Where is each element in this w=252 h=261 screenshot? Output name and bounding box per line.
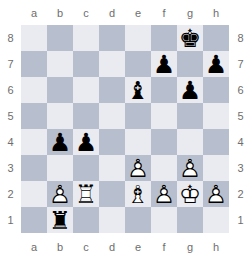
- square-d3[interactable]: [99, 155, 125, 181]
- file-label-bottom-e: e: [125, 233, 151, 261]
- square-b8[interactable]: [47, 25, 73, 51]
- file-label-top-f: f: [151, 0, 177, 25]
- rank-label-right-3: 3: [229, 155, 252, 181]
- rank-label-left-5: 5: [0, 103, 21, 129]
- square-a5[interactable]: [21, 103, 47, 129]
- square-a8[interactable]: [21, 25, 47, 51]
- black-pawn[interactable]: ♟: [73, 129, 99, 155]
- black-king[interactable]: ♚: [177, 25, 203, 51]
- square-c7[interactable]: [73, 51, 99, 77]
- square-f3[interactable]: [151, 155, 177, 181]
- file-label-bottom-g: g: [177, 233, 203, 261]
- black-pawn-glyph: ♟: [177, 77, 203, 103]
- square-d8[interactable]: [99, 25, 125, 51]
- rank-label-right-4: 4: [229, 129, 252, 155]
- square-f7[interactable]: ♟: [151, 51, 177, 77]
- square-f4[interactable]: [151, 129, 177, 155]
- white-pawn-outline: ♙: [125, 155, 151, 181]
- white-king-outline: ♔: [177, 181, 203, 207]
- black-king-glyph: ♚: [177, 25, 203, 51]
- rank-label-right-5: 5: [229, 103, 252, 129]
- square-c3[interactable]: [73, 155, 99, 181]
- file-label-bottom-h: h: [203, 233, 229, 261]
- black-pawn[interactable]: ♟: [203, 51, 229, 77]
- square-h4[interactable]: [203, 129, 229, 155]
- chess-diagram: abcdefgh8♚87♟♟76♝♟6554♟♟43♟♙♟♙32♟♙♜♖♝♗♟♙…: [0, 0, 252, 261]
- white-bishop-outline: ♗: [125, 181, 151, 207]
- file-label-top-c: c: [73, 0, 99, 25]
- black-pawn[interactable]: ♟: [47, 129, 73, 155]
- square-d7[interactable]: [99, 51, 125, 77]
- square-h5[interactable]: [203, 103, 229, 129]
- corner-spacer: [229, 233, 252, 261]
- black-rook[interactable]: ♜: [47, 207, 73, 233]
- black-rook-glyph: ♜: [47, 207, 73, 233]
- square-g4[interactable]: [177, 129, 203, 155]
- file-label-bottom-d: d: [99, 233, 125, 261]
- square-a6[interactable]: [21, 77, 47, 103]
- black-pawn-glyph: ♟: [47, 129, 73, 155]
- square-h8[interactable]: [203, 25, 229, 51]
- white-pawn-outline: ♙: [151, 181, 177, 207]
- square-c6[interactable]: [73, 77, 99, 103]
- square-d5[interactable]: [99, 103, 125, 129]
- rank-label-right-6: 6: [229, 77, 252, 103]
- rank-label-left-8: 8: [0, 25, 21, 51]
- square-h1[interactable]: [203, 207, 229, 233]
- white-pawn[interactable]: ♟♙: [203, 181, 229, 207]
- white-pawn[interactable]: ♟♙: [47, 181, 73, 207]
- black-bishop-glyph: ♝: [125, 77, 151, 103]
- rank-label-right-1: 1: [229, 207, 252, 233]
- file-label-top-a: a: [21, 0, 47, 25]
- white-pawn[interactable]: ♟♙: [125, 155, 151, 181]
- black-pawn-glyph: ♟: [151, 51, 177, 77]
- square-f8[interactable]: [151, 25, 177, 51]
- square-b4[interactable]: ♟: [47, 129, 73, 155]
- square-d6[interactable]: [99, 77, 125, 103]
- corner-spacer: [229, 0, 252, 25]
- square-c1[interactable]: [73, 207, 99, 233]
- rank-label-left-6: 6: [0, 77, 21, 103]
- square-g3[interactable]: ♟♙: [177, 155, 203, 181]
- white-bishop[interactable]: ♝♗: [125, 181, 151, 207]
- white-pawn-outline: ♙: [177, 155, 203, 181]
- square-g6[interactable]: ♟: [177, 77, 203, 103]
- white-pawn[interactable]: ♟♙: [151, 181, 177, 207]
- square-d4[interactable]: [99, 129, 125, 155]
- rank-label-left-4: 4: [0, 129, 21, 155]
- square-e8[interactable]: [125, 25, 151, 51]
- corner-spacer: [0, 0, 21, 25]
- square-h2[interactable]: ♟♙: [203, 181, 229, 207]
- square-e1[interactable]: [125, 207, 151, 233]
- square-f6[interactable]: [151, 77, 177, 103]
- square-b2[interactable]: ♟♙: [47, 181, 73, 207]
- square-g5[interactable]: [177, 103, 203, 129]
- square-f5[interactable]: [151, 103, 177, 129]
- rank-label-right-7: 7: [229, 51, 252, 77]
- black-bishop[interactable]: ♝: [125, 77, 151, 103]
- square-b5[interactable]: [47, 103, 73, 129]
- square-c2[interactable]: ♜♖: [73, 181, 99, 207]
- square-e4[interactable]: [125, 129, 151, 155]
- square-g1[interactable]: [177, 207, 203, 233]
- black-pawn-glyph: ♟: [73, 129, 99, 155]
- black-pawn[interactable]: ♟: [177, 77, 203, 103]
- square-b7[interactable]: [47, 51, 73, 77]
- square-g2[interactable]: ♚♔: [177, 181, 203, 207]
- square-e6[interactable]: ♝: [125, 77, 151, 103]
- square-b6[interactable]: [47, 77, 73, 103]
- corner-spacer: [0, 233, 21, 261]
- rank-label-right-2: 2: [229, 181, 252, 207]
- square-b3[interactable]: [47, 155, 73, 181]
- white-rook-outline: ♖: [73, 181, 99, 207]
- square-c8[interactable]: [73, 25, 99, 51]
- file-label-top-d: d: [99, 0, 125, 25]
- white-pawn-outline: ♙: [47, 181, 73, 207]
- square-g7[interactable]: [177, 51, 203, 77]
- white-king[interactable]: ♚♔: [177, 181, 203, 207]
- file-label-bottom-b: b: [47, 233, 73, 261]
- file-label-bottom-c: c: [73, 233, 99, 261]
- square-d2[interactable]: [99, 181, 125, 207]
- white-rook[interactable]: ♜♖: [73, 181, 99, 207]
- rank-label-right-8: 8: [229, 25, 252, 51]
- square-a4[interactable]: [21, 129, 47, 155]
- square-c5[interactable]: [73, 103, 99, 129]
- file-label-top-e: e: [125, 0, 151, 25]
- square-f1[interactable]: [151, 207, 177, 233]
- rank-label-left-2: 2: [0, 181, 21, 207]
- black-pawn-glyph: ♟: [203, 51, 229, 77]
- square-h6[interactable]: [203, 77, 229, 103]
- square-d1[interactable]: [99, 207, 125, 233]
- black-pawn[interactable]: ♟: [151, 51, 177, 77]
- square-h7[interactable]: ♟: [203, 51, 229, 77]
- square-a2[interactable]: [21, 181, 47, 207]
- file-label-top-b: b: [47, 0, 73, 25]
- square-e7[interactable]: [125, 51, 151, 77]
- file-label-bottom-f: f: [151, 233, 177, 261]
- file-label-bottom-a: a: [21, 233, 47, 261]
- white-pawn-outline: ♙: [203, 181, 229, 207]
- square-f2[interactable]: ♟♙: [151, 181, 177, 207]
- square-e2[interactable]: ♝♗: [125, 181, 151, 207]
- square-a1[interactable]: [21, 207, 47, 233]
- file-label-top-g: g: [177, 0, 203, 25]
- file-label-top-h: h: [203, 0, 229, 25]
- white-pawn[interactable]: ♟♙: [177, 155, 203, 181]
- square-e3[interactable]: ♟♙: [125, 155, 151, 181]
- square-h3[interactable]: [203, 155, 229, 181]
- square-c4[interactable]: ♟: [73, 129, 99, 155]
- square-a3[interactable]: [21, 155, 47, 181]
- rank-label-left-7: 7: [0, 51, 21, 77]
- rank-label-left-3: 3: [0, 155, 21, 181]
- square-g8[interactable]: ♚: [177, 25, 203, 51]
- square-b1[interactable]: ♜: [47, 207, 73, 233]
- rank-label-left-1: 1: [0, 207, 21, 233]
- square-a7[interactable]: [21, 51, 47, 77]
- square-e5[interactable]: [125, 103, 151, 129]
